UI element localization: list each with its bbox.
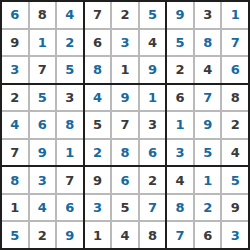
cell-r4c4[interactable]: 4 bbox=[85, 85, 111, 111]
cell-r2c9[interactable]: 7 bbox=[222, 30, 248, 56]
sudoku-box-5: 491573286 bbox=[85, 85, 166, 166]
cell-r3c8[interactable]: 4 bbox=[195, 57, 221, 83]
cell-r1c5[interactable]: 2 bbox=[112, 2, 138, 28]
cell-r7c2[interactable]: 3 bbox=[30, 167, 56, 193]
cell-r8c9[interactable]: 9 bbox=[222, 195, 248, 221]
cell-r6c8[interactable]: 5 bbox=[195, 140, 221, 166]
sudoku-box-4: 253468791 bbox=[2, 85, 83, 166]
cell-r6c5[interactable]: 8 bbox=[112, 140, 138, 166]
cell-r5c6[interactable]: 3 bbox=[140, 112, 166, 138]
sudoku-box-2: 725634819 bbox=[85, 2, 166, 83]
cell-r8c4[interactable]: 3 bbox=[85, 195, 111, 221]
cell-r4c7[interactable]: 6 bbox=[167, 85, 193, 111]
cell-r1c6[interactable]: 5 bbox=[140, 2, 166, 28]
cell-r2c5[interactable]: 3 bbox=[112, 30, 138, 56]
cell-r3c1[interactable]: 3 bbox=[2, 57, 28, 83]
sudoku-box-8: 962357148 bbox=[85, 167, 166, 248]
cell-r8c7[interactable]: 8 bbox=[167, 195, 193, 221]
sudoku-box-7: 837146529 bbox=[2, 167, 83, 248]
sudoku-box-9: 415829763 bbox=[167, 167, 248, 248]
cell-r4c2[interactable]: 5 bbox=[30, 85, 56, 111]
cell-r2c6[interactable]: 4 bbox=[140, 30, 166, 56]
cell-r2c2[interactable]: 1 bbox=[30, 30, 56, 56]
sudoku-box-6: 678192354 bbox=[167, 85, 248, 166]
cell-r3c3[interactable]: 5 bbox=[57, 57, 83, 83]
cell-r1c2[interactable]: 8 bbox=[30, 2, 56, 28]
cell-r1c9[interactable]: 1 bbox=[222, 2, 248, 28]
cell-r9c3[interactable]: 9 bbox=[57, 222, 83, 248]
cell-r9c4[interactable]: 1 bbox=[85, 222, 111, 248]
cell-r8c5[interactable]: 5 bbox=[112, 195, 138, 221]
cell-r7c8[interactable]: 1 bbox=[195, 167, 221, 193]
cell-r3c4[interactable]: 8 bbox=[85, 57, 111, 83]
cell-r9c2[interactable]: 2 bbox=[30, 222, 56, 248]
cell-r9c9[interactable]: 3 bbox=[222, 222, 248, 248]
cell-r6c2[interactable]: 9 bbox=[30, 140, 56, 166]
cell-r9c1[interactable]: 5 bbox=[2, 222, 28, 248]
cell-r4c8[interactable]: 7 bbox=[195, 85, 221, 111]
cell-r5c7[interactable]: 1 bbox=[167, 112, 193, 138]
cell-r8c8[interactable]: 2 bbox=[195, 195, 221, 221]
cell-r4c9[interactable]: 8 bbox=[222, 85, 248, 111]
cell-r4c5[interactable]: 9 bbox=[112, 85, 138, 111]
cell-r6c3[interactable]: 1 bbox=[57, 140, 83, 166]
cell-r9c7[interactable]: 7 bbox=[167, 222, 193, 248]
cell-r5c8[interactable]: 9 bbox=[195, 112, 221, 138]
cell-r5c5[interactable]: 7 bbox=[112, 112, 138, 138]
cell-r7c3[interactable]: 7 bbox=[57, 167, 83, 193]
cell-r3c9[interactable]: 6 bbox=[222, 57, 248, 83]
cell-r2c3[interactable]: 2 bbox=[57, 30, 83, 56]
cell-r9c5[interactable]: 4 bbox=[112, 222, 138, 248]
cell-r6c9[interactable]: 4 bbox=[222, 140, 248, 166]
cell-r6c1[interactable]: 7 bbox=[2, 140, 28, 166]
cell-r2c1[interactable]: 9 bbox=[2, 30, 28, 56]
cell-r8c2[interactable]: 4 bbox=[30, 195, 56, 221]
cell-r8c6[interactable]: 7 bbox=[140, 195, 166, 221]
cell-r6c6[interactable]: 6 bbox=[140, 140, 166, 166]
sudoku-box-3: 931587246 bbox=[167, 2, 248, 83]
cell-r9c8[interactable]: 6 bbox=[195, 222, 221, 248]
cell-r6c4[interactable]: 2 bbox=[85, 140, 111, 166]
cell-r1c8[interactable]: 3 bbox=[195, 2, 221, 28]
cell-r2c4[interactable]: 6 bbox=[85, 30, 111, 56]
cell-r7c9[interactable]: 5 bbox=[222, 167, 248, 193]
cell-r8c3[interactable]: 6 bbox=[57, 195, 83, 221]
cell-r4c1[interactable]: 2 bbox=[2, 85, 28, 111]
cell-r5c1[interactable]: 4 bbox=[2, 112, 28, 138]
cell-r3c7[interactable]: 2 bbox=[167, 57, 193, 83]
cell-r8c1[interactable]: 1 bbox=[2, 195, 28, 221]
cell-r1c1[interactable]: 6 bbox=[2, 2, 28, 28]
cell-r4c6[interactable]: 1 bbox=[140, 85, 166, 111]
cell-r5c3[interactable]: 8 bbox=[57, 112, 83, 138]
cell-r1c7[interactable]: 9 bbox=[167, 2, 193, 28]
cell-r7c6[interactable]: 2 bbox=[140, 167, 166, 193]
cell-r5c9[interactable]: 2 bbox=[222, 112, 248, 138]
cell-r7c7[interactable]: 4 bbox=[167, 167, 193, 193]
cell-r3c5[interactable]: 1 bbox=[112, 57, 138, 83]
cell-r3c2[interactable]: 7 bbox=[30, 57, 56, 83]
cell-r6c7[interactable]: 3 bbox=[167, 140, 193, 166]
sudoku-board: 6849123757256348199315872462534687914915… bbox=[0, 0, 250, 250]
sudoku-box-1: 684912375 bbox=[2, 2, 83, 83]
cell-r1c3[interactable]: 4 bbox=[57, 2, 83, 28]
cell-r5c4[interactable]: 5 bbox=[85, 112, 111, 138]
cell-r7c1[interactable]: 8 bbox=[2, 167, 28, 193]
cell-r1c4[interactable]: 7 bbox=[85, 2, 111, 28]
cell-r7c5[interactable]: 6 bbox=[112, 167, 138, 193]
cell-r3c6[interactable]: 9 bbox=[140, 57, 166, 83]
cell-r7c4[interactable]: 9 bbox=[85, 167, 111, 193]
cell-r4c3[interactable]: 3 bbox=[57, 85, 83, 111]
cell-r2c8[interactable]: 8 bbox=[195, 30, 221, 56]
cell-r5c2[interactable]: 6 bbox=[30, 112, 56, 138]
cell-r9c6[interactable]: 8 bbox=[140, 222, 166, 248]
cell-r2c7[interactable]: 5 bbox=[167, 30, 193, 56]
